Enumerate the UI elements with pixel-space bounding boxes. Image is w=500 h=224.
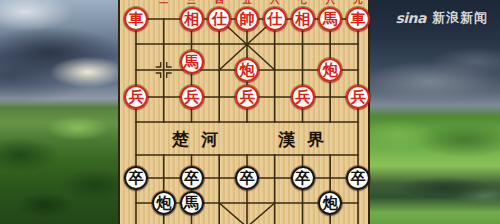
watermark-text: 新浪新闻 — [432, 9, 488, 27]
piece-red-pawn-4[interactable]: 兵 — [291, 85, 315, 109]
file-label-4: 四 — [215, 0, 224, 5]
piece-black-horse-left[interactable]: 馬 — [180, 191, 204, 215]
xiangqi-board[interactable]: 一二三四五六七八九 楚 河 漢 界 車相仕帥仕相馬車馬炮炮兵兵兵兵兵卒卒卒卒炮馬… — [118, 0, 370, 224]
piece-red-pawn-1[interactable]: 兵 — [124, 85, 148, 109]
piece-red-pawn-2[interactable]: 兵 — [180, 85, 204, 109]
piece-red-elephant-left[interactable]: 相 — [180, 7, 204, 31]
piece-black-pawn-1[interactable]: 卒 — [124, 166, 148, 190]
piece-black-pawn-4[interactable]: 卒 — [291, 166, 315, 190]
piece-red-advisor-left[interactable]: 仕 — [207, 7, 231, 31]
file-label-3: 三 — [187, 0, 196, 5]
river-label-left: 楚 河 — [172, 129, 221, 149]
piece-black-cannon-left[interactable]: 炮 — [152, 191, 176, 215]
sina-logo: sina — [395, 10, 426, 26]
file-label-7: 七 — [298, 0, 307, 5]
piece-red-elephant-right[interactable]: 相 — [291, 7, 315, 31]
file-label-5: 五 — [243, 0, 252, 5]
screenshot-root: 一二三四五六七八九 楚 河 漢 界 車相仕帥仕相馬車馬炮炮兵兵兵兵兵卒卒卒卒炮馬… — [0, 0, 500, 224]
river-label-right: 漢 界 — [278, 129, 327, 149]
piece-black-pawn-2[interactable]: 卒 — [180, 166, 204, 190]
background-landscape-right — [370, 0, 500, 224]
background-landscape-left — [0, 0, 118, 224]
piece-black-pawn-3[interactable]: 卒 — [235, 166, 259, 190]
piece-red-horse-right[interactable]: 馬 — [318, 7, 342, 31]
piece-red-pawn-5[interactable]: 兵 — [346, 85, 370, 109]
watermark: sina 新浪新闻 — [395, 9, 488, 27]
piece-black-pawn-5[interactable]: 卒 — [346, 166, 370, 190]
piece-red-king[interactable]: 帥 — [235, 7, 259, 31]
piece-red-cannon-center[interactable]: 炮 — [235, 58, 259, 82]
piece-red-cannon-right[interactable]: 炮 — [318, 58, 342, 82]
file-label-2: 二 — [159, 0, 168, 5]
file-label-1: 一 — [132, 0, 141, 5]
piece-red-chariot-right[interactable]: 車 — [346, 7, 370, 31]
piece-red-horse-left[interactable]: 馬 — [180, 50, 204, 74]
piece-black-cannon-right[interactable]: 炮 — [318, 191, 342, 215]
piece-red-pawn-3[interactable]: 兵 — [235, 85, 259, 109]
file-label-8: 八 — [326, 0, 335, 5]
file-label-6: 六 — [270, 0, 279, 5]
piece-red-advisor-right[interactable]: 仕 — [263, 7, 287, 31]
file-label-9: 九 — [354, 0, 363, 5]
piece-red-chariot-left[interactable]: 車 — [124, 7, 148, 31]
